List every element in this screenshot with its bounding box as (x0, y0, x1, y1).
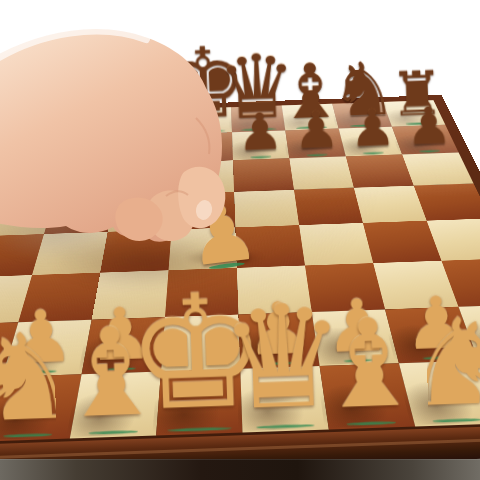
hand (0, 0, 480, 480)
chess-photo-scene: ♚♛♝♞♜♟♟♟♟♟♟♟♟♟♟♟♞♝♚♛♝♞ ♟ (0, 0, 480, 480)
